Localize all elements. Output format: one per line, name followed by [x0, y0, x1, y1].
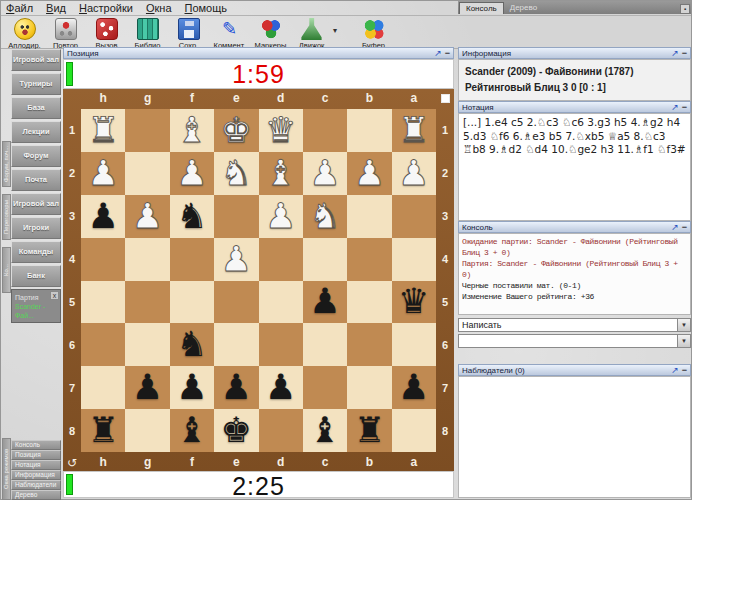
sidebar-item-Игроки[interactable]: Игроки [11, 217, 61, 239]
pencil-icon: ✎ [219, 18, 241, 40]
color-circles-icon [260, 18, 282, 40]
square-h8[interactable]: ♜ [81, 409, 125, 452]
minimize-icon[interactable]: − [682, 49, 687, 58]
chevron-down-icon[interactable]: ▼ [677, 335, 690, 347]
square-f5[interactable] [170, 281, 214, 324]
white-to-move-indicator [441, 94, 450, 103]
minimize-icon[interactable]: − [445, 49, 450, 58]
console-panel-title: Консоль [462, 223, 493, 232]
info-panel-body: Scander (2009) - Файвонини (1787) Рейтин… [458, 59, 691, 101]
square-c8[interactable]: ♝ [303, 409, 347, 452]
secondary-combo[interactable]: ▼ [458, 334, 691, 348]
console-tab-Консоль[interactable]: Консоль [459, 2, 504, 14]
position-panel-header: Позиция ↗ − [63, 47, 454, 59]
square-b6[interactable] [347, 323, 391, 366]
dice-icon [96, 18, 118, 40]
square-g5[interactable] [125, 281, 169, 324]
square-b2[interactable]: ♟ [347, 152, 391, 195]
piece-wB-d2: ♝ [265, 156, 296, 191]
chevron-down-icon[interactable]: ▼ [677, 319, 690, 331]
panel-select-Нотация[interactable]: Нотация [11, 460, 61, 470]
menu-Файл[interactable]: Файл [6, 2, 33, 14]
screen: ФайлВидНастройкиОкнаПомощь X Аплодир.Пов… [0, 0, 750, 600]
top-clock-area: 1:59 [63, 59, 454, 89]
square-h6[interactable] [81, 323, 125, 366]
menu-Настройки[interactable]: Настройки [79, 2, 133, 14]
sidebar-item-База[interactable]: База [11, 97, 61, 119]
file-labels-bottom: hgfedcba [81, 455, 436, 469]
square-f6[interactable]: ♞ [170, 323, 214, 366]
piece-bP-a7: ♟ [398, 370, 429, 405]
rank-label: 7 [63, 366, 81, 409]
menu-Вид[interactable]: Вид [46, 2, 66, 14]
square-e5[interactable] [214, 281, 258, 324]
file-label: g [125, 455, 169, 469]
rank-label: 1 [63, 109, 81, 152]
square-g1[interactable] [125, 109, 169, 152]
piece-wR-h1: ♜ [87, 113, 118, 148]
console-line: Изменение Вашего рейтинга: +36 [462, 291, 687, 302]
square-d8[interactable] [259, 409, 303, 452]
piece-wP-g3: ♟ [132, 199, 163, 234]
square-d7[interactable]: ♟ [259, 366, 303, 409]
piece-bP-h3: ♟ [87, 199, 118, 234]
rank-labels-left: 12345678 [63, 109, 81, 452]
rank-label: 4 [436, 238, 454, 281]
dock-tab[interactable]: Ко... [2, 247, 11, 293]
menu-Окна[interactable]: Окна [146, 2, 172, 14]
square-d5[interactable] [259, 281, 303, 324]
piece-wP-c2: ♟ [309, 156, 340, 191]
rank-label: 6 [436, 323, 454, 366]
piece-wP-f2: ♟ [176, 156, 207, 191]
toolbar-button-Буфер[interactable]: Буфер [353, 18, 394, 50]
piece-bB-f8: ♝ [176, 413, 207, 448]
panel-select-Консоль[interactable]: Консоль [11, 440, 61, 450]
square-a6[interactable] [392, 323, 436, 366]
panel-select-Дерево[interactable]: Дерево [11, 490, 61, 500]
file-label: a [392, 91, 436, 105]
square-c7[interactable] [303, 366, 347, 409]
flip-board-icon[interactable]: ↺ [67, 456, 77, 470]
popout-icon[interactable]: ↗ [671, 366, 679, 375]
toolbar-button-Коммент.[interactable]: ✎Коммент. [209, 18, 250, 50]
panel-select-Наблюдатели[interactable]: Наблюдатели [11, 480, 61, 490]
toolbar-button-Вызов[interactable]: Вызов [86, 18, 127, 50]
console-tab-bar: КонсольДерево▪ [458, 1, 691, 14]
square-c2[interactable]: ♟ [303, 152, 347, 195]
square-b5[interactable] [347, 281, 391, 324]
square-d1[interactable]: ♛ [259, 109, 303, 152]
console-line: Черные поставили мат. (0-1) [462, 280, 687, 291]
toolbar-button-Аплодир.[interactable]: Аплодир. [4, 18, 45, 50]
piece-wP-b2: ♟ [354, 156, 385, 191]
square-h5[interactable] [81, 281, 125, 324]
square-f1[interactable]: ♝ [170, 109, 214, 152]
square-e4[interactable]: ♟ [214, 238, 258, 281]
console-line: Партия: Scander - Файвонини (Рейтинговый… [462, 258, 687, 280]
square-c3[interactable]: ♞ [303, 195, 347, 238]
file-label: d [259, 455, 303, 469]
save-floppy-icon [178, 18, 200, 40]
notation-panel-header: Нотация ↗ − [458, 101, 691, 113]
sidebar-item-Лекции[interactable]: Лекции [11, 121, 61, 143]
popout-icon[interactable]: ↗ [671, 49, 679, 58]
square-a1[interactable]: ♜ [392, 109, 436, 152]
minimize-icon[interactable]: − [682, 223, 687, 232]
rank-label: 8 [63, 409, 81, 452]
panel-selector-list: КонсольПозицияНотацияИнформацияНаблюдате… [11, 440, 61, 500]
game-tab-players: Scander - Фай... [15, 302, 58, 320]
file-label: h [81, 455, 125, 469]
file-label: d [259, 91, 303, 105]
toolbar-button-Маркеры[interactable]: Маркеры [250, 18, 291, 50]
observers-panel-title: Наблюдатели (0) [462, 366, 525, 375]
chat-input-combo[interactable]: Написать ▼ [458, 318, 691, 332]
square-b4[interactable] [347, 238, 391, 281]
bottom-clock: 2:25 [64, 472, 453, 501]
piece-wP-d3: ♟ [265, 199, 296, 234]
square-g2[interactable] [125, 152, 169, 195]
square-g8[interactable] [125, 409, 169, 452]
square-a5[interactable]: ♛ [392, 281, 436, 324]
square-g4[interactable] [125, 238, 169, 281]
file-label: g [125, 91, 169, 105]
rank-label: 1 [436, 109, 454, 152]
square-b7[interactable] [347, 366, 391, 409]
square-c4[interactable] [303, 238, 347, 281]
piece-wB-f1: ♝ [176, 113, 207, 148]
position-panel-title: Позиция [67, 49, 99, 58]
popout-icon[interactable]: ↗ [671, 103, 679, 112]
sidebar-item-Игровой зал[interactable]: Игровой зал [11, 193, 61, 215]
square-d2[interactable]: ♝ [259, 152, 303, 195]
rank-label: 3 [63, 195, 81, 238]
top-clock: 1:59 [64, 60, 453, 89]
square-a2[interactable]: ♟ [392, 152, 436, 195]
square-f3[interactable]: ♞ [170, 195, 214, 238]
chevron-down-icon[interactable]: ▾ [333, 26, 337, 35]
piece-bR-h8: ♜ [87, 413, 118, 448]
sidebar-item-Банк[interactable]: Банк [11, 265, 61, 287]
square-c1[interactable] [303, 109, 347, 152]
dock-tab[interactable]: Переговоры [2, 194, 11, 240]
piece-wN-c3: ♞ [309, 199, 340, 234]
notation-panel-title: Нотация [462, 103, 493, 112]
toolbar-button-Повтор[interactable]: Повтор [45, 18, 86, 50]
rank-label: 5 [63, 281, 81, 324]
sidebar-item-Турниры[interactable]: Турниры [11, 73, 61, 95]
file-label: e [214, 91, 258, 105]
info-panel-header: Информация ↗ − [458, 47, 691, 59]
file-label: c [303, 455, 347, 469]
sidebar-item-Почта[interactable]: Почта [11, 169, 61, 191]
square-e1[interactable]: ♚ [214, 109, 258, 152]
left-sidebar: Форум, поч...ПереговорыКо... Игровой зал… [1, 49, 63, 500]
observers-panel-header: Наблюдатели (0) ↗ − [458, 364, 691, 376]
rank-label: 6 [63, 323, 81, 366]
piece-wN-e2: ♞ [221, 156, 252, 191]
square-h7[interactable] [81, 366, 125, 409]
square-b3[interactable] [347, 195, 391, 238]
square-e7[interactable]: ♟ [214, 366, 258, 409]
toolbar-button-Библио[interactable]: Библио [127, 18, 168, 50]
file-label: b [347, 91, 391, 105]
square-b8[interactable]: ♜ [347, 409, 391, 452]
file-label: f [170, 91, 214, 105]
rank-label: 3 [436, 195, 454, 238]
square-h1[interactable]: ♜ [81, 109, 125, 152]
file-label: b [347, 455, 391, 469]
piece-bP-c5: ♟ [309, 284, 340, 319]
rank-label: 7 [436, 366, 454, 409]
piece-bR-b8: ♜ [354, 413, 385, 448]
books-icon [137, 18, 159, 40]
console-log: Ожидание партии: Scander - Файвонини (Ре… [458, 233, 691, 315]
rank-label: 4 [63, 238, 81, 281]
square-d4[interactable] [259, 238, 303, 281]
tabbar-button[interactable]: ▪ [680, 4, 690, 14]
piece-bQ-a5: ♛ [398, 284, 429, 319]
square-e3[interactable] [214, 195, 258, 238]
rank-label: 5 [436, 281, 454, 324]
players-line: Scander (2009) - Файвонини (1787) [465, 64, 684, 80]
square-e2[interactable]: ♞ [214, 152, 258, 195]
file-labels-top: hgfedcba [81, 91, 436, 105]
menu-Помощь[interactable]: Помощь [185, 2, 228, 14]
app-window: ФайлВидНастройкиОкнаПомощь X Аплодир.Пов… [0, 0, 692, 500]
square-c6[interactable] [303, 323, 347, 366]
rank-label: 2 [63, 152, 81, 195]
piece-bB-c8: ♝ [309, 413, 340, 448]
square-e6[interactable] [214, 323, 258, 366]
square-a3[interactable] [392, 195, 436, 238]
piece-bP-d7: ♟ [265, 370, 296, 405]
square-a8[interactable] [392, 409, 436, 452]
square-f4[interactable] [170, 238, 214, 281]
board-squares: ♜♝♚♛♜♟♟♞♝♟♟♟♟♟♞♟♞♟♟♛♞♟♟♟♟♟♜♝♚♝♜ [81, 109, 436, 452]
piece-bN-f6: ♞ [176, 327, 207, 362]
square-h4[interactable] [81, 238, 125, 281]
minimize-icon[interactable]: − [682, 366, 687, 375]
square-h3[interactable]: ♟ [81, 195, 125, 238]
console-line: Ожидание партии: Scander - Файвонини (Ре… [462, 236, 687, 258]
sidebar-item-Игровой зал[interactable]: Игровой зал [11, 49, 61, 71]
console-panel-header: Консоль ↗ − [458, 221, 691, 233]
square-f7[interactable]: ♟ [170, 366, 214, 409]
square-h2[interactable]: ♟ [81, 152, 125, 195]
file-label: c [303, 91, 347, 105]
smiley-icon [14, 18, 36, 40]
piece-wQ-d1: ♛ [265, 113, 296, 148]
square-f8[interactable]: ♝ [170, 409, 214, 452]
mode-strip-tab[interactable]: Окна режимов [2, 438, 11, 500]
toolbar-button-Движок[interactable]: Движок [291, 18, 332, 50]
square-b1[interactable] [347, 109, 391, 152]
sidebar-item-Команды[interactable]: Команды [11, 241, 61, 263]
current-game-tab[interactable]: ПартияScander - Фай...x [11, 289, 61, 323]
file-label: h [81, 91, 125, 105]
square-d6[interactable] [259, 323, 303, 366]
file-label: a [392, 455, 436, 469]
panel-select-Позиция[interactable]: Позиция [11, 450, 61, 460]
file-label: f [170, 455, 214, 469]
square-f2[interactable]: ♟ [170, 152, 214, 195]
square-g6[interactable] [125, 323, 169, 366]
bottom-clock-area: 2:25 [63, 471, 454, 498]
rank-labels-right: 12345678 [436, 109, 454, 452]
square-c5[interactable]: ♟ [303, 281, 347, 324]
toolbar: Аплодир.ПовторВызовБиблиоСохр.✎Коммент.М… [1, 16, 691, 49]
square-g3[interactable]: ♟ [125, 195, 169, 238]
game-type-line: Рейтинговый Блиц 3 0 [0 : 1] [465, 80, 684, 96]
chess-board: hgfedcba hgfedcba 12345678 12345678 ♜♝♚♛… [63, 89, 454, 471]
piece-wP-e4: ♟ [221, 242, 252, 277]
square-g7[interactable]: ♟ [125, 366, 169, 409]
notation-moves[interactable]: [...] 1.e4 c5 2.♘c3 ♘c6 3.g3 h5 4.♗g2 h4… [458, 113, 691, 221]
minimize-icon[interactable]: − [682, 103, 687, 112]
piece-wP-a2: ♟ [398, 156, 429, 191]
panel-select-Информация[interactable]: Информация [11, 470, 61, 480]
piece-bN-f3: ♞ [176, 199, 207, 234]
piece-bP-e7: ♟ [221, 370, 252, 405]
square-a7[interactable]: ♟ [392, 366, 436, 409]
dock-tab[interactable]: Форум, поч... [2, 141, 11, 187]
popout-icon[interactable]: ↗ [434, 49, 442, 58]
puzzle-buffer-icon [363, 18, 385, 40]
rank-label: 8 [436, 409, 454, 452]
console-tab-Дерево[interactable]: Дерево [504, 2, 543, 14]
sidebar-buttons: Игровой залТурнирыБазаЛекцииФорумПочтаИг… [11, 49, 61, 323]
engine-flask-icon [301, 18, 323, 40]
piece-wK-e1: ♚ [221, 113, 252, 148]
piece-bP-g7: ♟ [132, 370, 163, 405]
chat-input-value[interactable]: Написать [462, 320, 502, 330]
slot-machine-icon [55, 18, 77, 40]
square-e8[interactable]: ♚ [214, 409, 258, 452]
sidebar-item-Форум[interactable]: Форум [11, 145, 61, 167]
info-panel-title: Информация [462, 49, 511, 58]
close-game-tab-icon[interactable]: x [50, 291, 59, 300]
piece-wP-h2: ♟ [87, 156, 118, 191]
rank-label: 2 [436, 152, 454, 195]
observers-list [458, 376, 691, 498]
square-d3[interactable]: ♟ [259, 195, 303, 238]
piece-bK-e8: ♚ [221, 413, 252, 448]
popout-icon[interactable]: ↗ [671, 223, 679, 232]
toolbar-button-Сохр.[interactable]: Сохр. [168, 18, 209, 50]
piece-wR-a1: ♜ [398, 113, 429, 148]
square-a4[interactable] [392, 238, 436, 281]
piece-bP-f7: ♟ [176, 370, 207, 405]
file-label: e [214, 455, 258, 469]
